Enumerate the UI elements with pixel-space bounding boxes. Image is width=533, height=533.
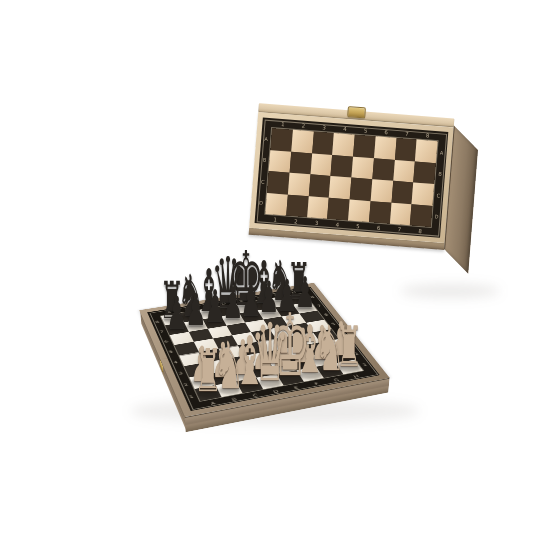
coord-mark: F <box>304 378 329 389</box>
box-clasp <box>347 106 366 118</box>
square-h1 <box>335 360 362 375</box>
box-square-r4c1 <box>265 192 287 215</box>
square-a1 <box>195 385 222 401</box>
coord-mark: 1 <box>182 389 200 403</box>
coord-mark: 2 <box>177 377 195 391</box>
square-g3 <box>302 342 328 356</box>
box-square-r3c7 <box>391 181 413 204</box>
box-square-r3c1 <box>267 171 289 194</box>
square-f1 <box>296 367 323 382</box>
square-c3 <box>224 356 250 370</box>
box-square-r1c5 <box>353 135 375 158</box>
coord-mark: G <box>324 374 349 385</box>
box-square-r2c6 <box>372 158 394 181</box>
square-e3 <box>263 349 289 363</box>
box-square-r3c8 <box>412 182 434 205</box>
box-square-r3c2 <box>288 173 310 196</box>
box-square-r1c6 <box>374 136 396 159</box>
coord-mark: A <box>200 397 225 408</box>
square-h2 <box>328 349 355 363</box>
coord-mark: 3 <box>172 366 189 379</box>
coord-mark: 5 <box>162 345 179 357</box>
box-square-r4c4 <box>327 197 349 220</box>
coord-mark: E <box>284 382 309 393</box>
coord-mark: D <box>263 385 288 396</box>
box-square-r2c8 <box>413 161 435 184</box>
box-square-r4c6 <box>369 201 391 224</box>
box-square-r2c3 <box>310 153 332 176</box>
square-d1 <box>256 374 283 389</box>
pieces-layer: ♜♞♝♛♚♝♞♜♟♟♟♟♟♟♟♟♟♟♟♟♟♟♟♟♜♞♝♛♚♝♞♜ <box>0 0 533 533</box>
square-a4 <box>179 352 204 366</box>
box-square-r3c6 <box>370 179 392 202</box>
box-square-r4c8 <box>410 204 432 227</box>
box-square-r1c7 <box>394 138 416 161</box>
box-square-r4c5 <box>348 199 370 222</box>
box-square-r1c8 <box>415 140 437 163</box>
coord-mark: 4 <box>167 355 184 368</box>
square-d4 <box>238 342 263 356</box>
box-square-r1c3 <box>312 131 334 154</box>
box-contact-shadow <box>400 284 500 298</box>
box-square-r1c2 <box>291 130 313 153</box>
box-square-r3c3 <box>308 174 330 197</box>
box-square-r3c5 <box>350 178 372 201</box>
square-b3 <box>204 359 230 374</box>
box-square-r1c1 <box>270 128 292 151</box>
box-face: 12345678 12345678 ABCD ABCD <box>249 112 453 243</box>
square-g1 <box>316 363 343 378</box>
square-a2 <box>189 374 215 389</box>
box-square-r2c5 <box>351 156 373 179</box>
coord-mark: C <box>242 389 267 400</box>
coord-mark: 2 <box>347 347 366 360</box>
box-square-r2c1 <box>269 150 291 173</box>
box-square-r1c4 <box>332 133 354 156</box>
box-square-r2c7 <box>393 159 415 182</box>
box-square-r3c4 <box>329 176 351 199</box>
square-f2 <box>289 356 316 370</box>
square-c2 <box>230 366 256 381</box>
square-d2 <box>250 363 277 378</box>
square-b4 <box>199 349 224 363</box>
folded-chess-box: 12345678 12345678 ABCD ABCD <box>249 103 455 250</box>
coord-mark: 1 <box>355 358 375 371</box>
box-square-r4c3 <box>307 196 329 219</box>
coord-mark: B <box>221 393 246 404</box>
square-c4 <box>219 345 244 359</box>
box-square-r2c2 <box>289 151 311 174</box>
square-f3 <box>283 346 309 360</box>
open-chessboard: ABCDEFGH ABCDEFGH 87654321 87654321 <box>139 283 389 417</box>
square-e2 <box>270 359 297 374</box>
box-square-r2c4 <box>331 155 353 178</box>
product-photo-scene: 12345678 12345678 ABCD ABCD ABCDEFGH ABC… <box>0 0 533 533</box>
square-b1 <box>216 381 243 397</box>
square-e1 <box>277 370 304 385</box>
coord-mark: H <box>343 371 368 381</box>
box-checkerboard <box>265 128 437 227</box>
square-a3 <box>184 363 210 378</box>
box-square-r4c2 <box>286 194 308 217</box>
square-a5 <box>174 342 199 356</box>
square-b2 <box>210 370 236 385</box>
square-c1 <box>236 378 263 393</box>
box-square-r4c7 <box>389 202 411 225</box>
square-d3 <box>244 352 270 366</box>
square-g2 <box>309 353 336 367</box>
